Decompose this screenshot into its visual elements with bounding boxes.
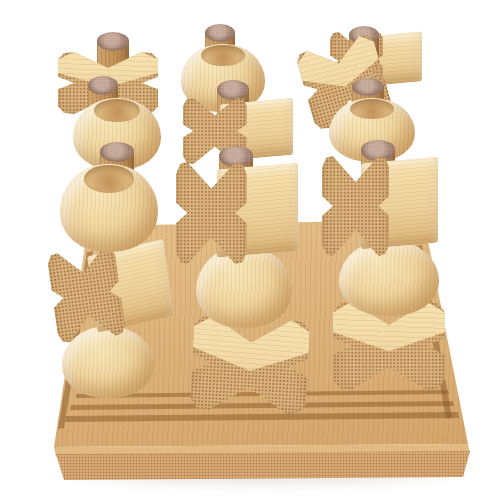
x-piece-front-left-middle[interactable] <box>46 238 175 344</box>
peg-end-icon <box>100 142 134 162</box>
product-photo-scene <box>0 0 500 500</box>
x-piece-front-right-top[interactable] <box>322 156 438 256</box>
peg-end-icon <box>352 78 384 96</box>
x-piece-front-center-top[interactable] <box>176 162 298 264</box>
peg-end-icon <box>205 24 235 42</box>
o-piece-front-left-top[interactable] <box>60 164 158 252</box>
x-piece-front-center-bottom[interactable] <box>190 315 311 415</box>
peg-end-icon <box>88 76 118 95</box>
peg-end-icon <box>97 32 129 51</box>
